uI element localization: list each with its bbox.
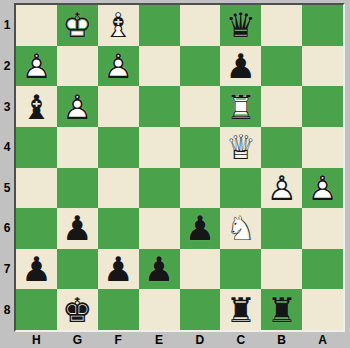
square-f8[interactable] (98, 289, 139, 330)
square-h5[interactable] (16, 168, 57, 209)
black-rook: ♜ (261, 289, 302, 330)
file-label-g: G (57, 332, 98, 347)
square-e1[interactable] (139, 5, 180, 46)
black-bishop: ♝ (16, 86, 57, 127)
file-label-d: D (180, 332, 221, 347)
file-label-e: E (139, 332, 180, 347)
square-c8[interactable]: ♜ (220, 289, 261, 330)
square-c5[interactable] (220, 168, 261, 209)
square-f1[interactable]: ♝♗ (98, 5, 139, 46)
square-f4[interactable] (98, 127, 139, 168)
square-e2[interactable] (139, 46, 180, 87)
black-pawn: ♟ (220, 46, 261, 87)
square-b5[interactable]: ♟♙ (261, 168, 302, 209)
rank-label-4: 4 (0, 127, 14, 168)
square-g2[interactable] (57, 46, 98, 87)
board-squares: ♚♔♝♗♛♟♙♟♙♟♝♟♙♜♖♛♕♟♙♟♙♟♟♞♘♟♟♟♚♜♜ (16, 5, 343, 330)
white-bishop: ♝♗ (98, 5, 139, 46)
square-h8[interactable] (16, 289, 57, 330)
white-pawn: ♟♙ (98, 46, 139, 87)
file-label-a: A (302, 332, 343, 347)
square-e6[interactable] (139, 208, 180, 249)
square-b1[interactable] (261, 5, 302, 46)
white-pawn: ♟♙ (302, 168, 343, 209)
rank-label-6: 6 (0, 208, 14, 249)
square-c2[interactable]: ♟ (220, 46, 261, 87)
square-d1[interactable] (180, 5, 221, 46)
square-d5[interactable] (180, 168, 221, 209)
file-label-f: F (98, 332, 139, 347)
rank-label-5: 5 (0, 168, 14, 209)
square-h3[interactable]: ♝ (16, 86, 57, 127)
square-g1[interactable]: ♚♔ (57, 5, 98, 46)
square-e4[interactable] (139, 127, 180, 168)
file-labels: H G F E D C B A (16, 332, 343, 347)
square-f5[interactable] (98, 168, 139, 209)
square-g8[interactable]: ♚ (57, 289, 98, 330)
square-d2[interactable] (180, 46, 221, 87)
square-a3[interactable] (302, 86, 343, 127)
square-a8[interactable] (302, 289, 343, 330)
square-e7[interactable]: ♟ (139, 249, 180, 290)
square-h4[interactable] (16, 127, 57, 168)
square-g7[interactable] (57, 249, 98, 290)
chess-diagram: 1 2 3 4 5 6 7 8 ♚♔♝♗♛♟♙♟♙♟♝♟♙♜♖♛♕♟♙♟♙♟♟♞… (0, 0, 350, 348)
square-b3[interactable] (261, 86, 302, 127)
white-pawn: ♟♙ (16, 46, 57, 87)
square-b8[interactable]: ♜ (261, 289, 302, 330)
file-label-c: C (220, 332, 261, 347)
square-g4[interactable] (57, 127, 98, 168)
square-f3[interactable] (98, 86, 139, 127)
rank-label-7: 7 (0, 249, 14, 290)
square-e5[interactable] (139, 168, 180, 209)
white-queen: ♛♕ (220, 127, 261, 168)
square-g6[interactable]: ♟ (57, 208, 98, 249)
rank-labels: 1 2 3 4 5 6 7 8 (0, 5, 14, 330)
square-h2[interactable]: ♟♙ (16, 46, 57, 87)
square-d3[interactable] (180, 86, 221, 127)
square-b7[interactable] (261, 249, 302, 290)
white-pawn: ♟♙ (261, 168, 302, 209)
square-g3[interactable]: ♟♙ (57, 86, 98, 127)
square-b2[interactable] (261, 46, 302, 87)
square-e8[interactable] (139, 289, 180, 330)
square-a5[interactable]: ♟♙ (302, 168, 343, 209)
black-pawn: ♟ (139, 249, 180, 290)
square-f2[interactable]: ♟♙ (98, 46, 139, 87)
black-queen: ♛ (220, 5, 261, 46)
black-king: ♚ (57, 289, 98, 330)
square-d7[interactable] (180, 249, 221, 290)
file-label-h: H (16, 332, 57, 347)
rank-label-3: 3 (0, 86, 14, 127)
chess-board: ♚♔♝♗♛♟♙♟♙♟♝♟♙♜♖♛♕♟♙♟♙♟♟♞♘♟♟♟♚♜♜ (14, 3, 345, 332)
rank-label-8: 8 (0, 289, 14, 330)
white-pawn: ♟♙ (57, 86, 98, 127)
white-knight: ♞♘ (220, 208, 261, 249)
square-e3[interactable] (139, 86, 180, 127)
square-a7[interactable] (302, 249, 343, 290)
square-h1[interactable] (16, 5, 57, 46)
black-pawn: ♟ (98, 249, 139, 290)
rank-label-1: 1 (0, 5, 14, 46)
black-pawn: ♟ (180, 208, 221, 249)
square-f7[interactable]: ♟ (98, 249, 139, 290)
square-c7[interactable] (220, 249, 261, 290)
square-c6[interactable]: ♞♘ (220, 208, 261, 249)
rank-label-2: 2 (0, 46, 14, 87)
square-h7[interactable]: ♟ (16, 249, 57, 290)
white-king: ♚♔ (57, 5, 98, 46)
file-label-b: B (261, 332, 302, 347)
black-rook: ♜ (220, 289, 261, 330)
black-pawn: ♟ (57, 208, 98, 249)
white-rook: ♜♖ (220, 86, 261, 127)
square-d8[interactable] (180, 289, 221, 330)
square-b4[interactable] (261, 127, 302, 168)
square-f6[interactable] (98, 208, 139, 249)
square-h6[interactable] (16, 208, 57, 249)
square-a1[interactable] (302, 5, 343, 46)
square-a2[interactable] (302, 46, 343, 87)
square-d6[interactable]: ♟ (180, 208, 221, 249)
square-d4[interactable] (180, 127, 221, 168)
square-g5[interactable] (57, 168, 98, 209)
square-c1[interactable]: ♛ (220, 5, 261, 46)
black-pawn: ♟ (16, 249, 57, 290)
square-b6[interactable] (261, 208, 302, 249)
square-c4[interactable]: ♛♕ (220, 127, 261, 168)
square-a6[interactable] (302, 208, 343, 249)
square-a4[interactable] (302, 127, 343, 168)
square-c3[interactable]: ♜♖ (220, 86, 261, 127)
